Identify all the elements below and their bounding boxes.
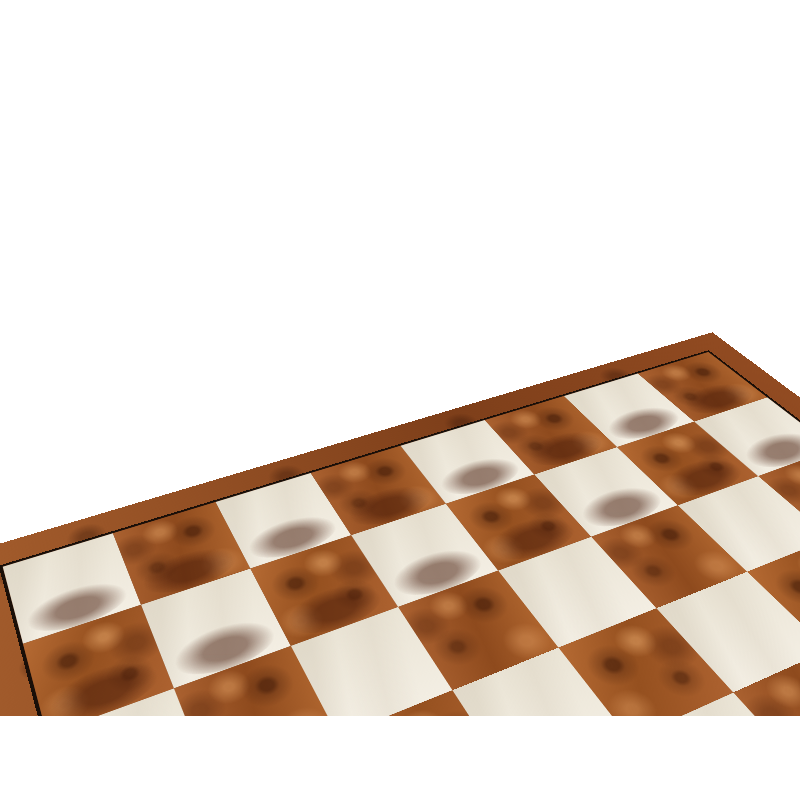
photo-frame: ♜♞♝♛♚♝♞♜♟♟♟♟♟♟♟♟: [0, 0, 800, 800]
rook-glyph: ♜: [20, 413, 139, 613]
knight-glyph: ♞: [127, 370, 257, 576]
image-crop-whitespace: [0, 716, 800, 800]
scene: ♜♞♝♛♚♝♞♜♟♟♟♟♟♟♟♟: [0, 0, 800, 800]
rook-glyph: ♜: [676, 245, 770, 402]
